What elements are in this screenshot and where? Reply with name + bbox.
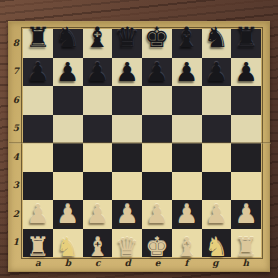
square-a5[interactable]: [23, 115, 53, 144]
square-h8[interactable]: ♜: [231, 29, 261, 58]
square-b2[interactable]: ♟: [53, 200, 83, 229]
square-b6[interactable]: [53, 86, 83, 115]
square-f1[interactable]: ♝: [172, 229, 202, 258]
square-b8[interactable]: ♞: [53, 29, 83, 58]
white-pawn-g2[interactable]: ♟: [202, 200, 232, 229]
square-e6[interactable]: [142, 86, 172, 115]
white-pawn-c2[interactable]: ♟: [83, 200, 113, 229]
square-h7[interactable]: ♟: [231, 58, 261, 87]
square-g3[interactable]: [202, 172, 232, 201]
square-a7[interactable]: ♟: [23, 58, 53, 87]
square-d1[interactable]: ♛: [112, 229, 142, 258]
square-g7[interactable]: ♟: [202, 58, 232, 87]
white-knight-g1[interactable]: ♞: [202, 233, 232, 262]
rank-label-7: 7: [13, 67, 19, 76]
board-fold-seam: [9, 142, 271, 144]
square-d5[interactable]: [112, 115, 142, 144]
black-pawn-c7[interactable]: ♟: [83, 58, 113, 87]
white-bishop-f1[interactable]: ♝: [172, 233, 202, 262]
black-pawn-d7[interactable]: ♟: [112, 58, 142, 87]
square-h4[interactable]: [231, 143, 261, 172]
square-e2[interactable]: ♟: [142, 200, 172, 229]
white-bishop-c1[interactable]: ♝: [83, 233, 113, 262]
white-pawn-b2[interactable]: ♟: [53, 200, 83, 229]
square-d3[interactable]: [112, 172, 142, 201]
square-d7[interactable]: ♟: [112, 58, 142, 87]
square-f6[interactable]: [172, 86, 202, 115]
rank-label-3: 3: [13, 181, 19, 190]
white-rook-a1[interactable]: ♜: [23, 233, 53, 262]
black-pawn-f7[interactable]: ♟: [172, 58, 202, 87]
square-b5[interactable]: [53, 115, 83, 144]
square-f7[interactable]: ♟: [172, 58, 202, 87]
square-c3[interactable]: [83, 172, 113, 201]
square-a1[interactable]: ♜: [23, 229, 53, 258]
black-pawn-h7[interactable]: ♟: [231, 58, 261, 87]
black-rook-a8[interactable]: ♜: [23, 24, 53, 53]
square-b3[interactable]: [53, 172, 83, 201]
square-a6[interactable]: [23, 86, 53, 115]
square-c4[interactable]: [83, 143, 113, 172]
rank-label-2: 2: [13, 210, 19, 219]
white-knight-b1[interactable]: ♞: [53, 233, 83, 262]
black-bishop-f8[interactable]: ♝: [172, 24, 202, 53]
black-knight-b8[interactable]: ♞: [53, 24, 83, 53]
rank-label-4: 4: [13, 153, 19, 162]
square-g1[interactable]: ♞: [202, 229, 232, 258]
rank-label-6: 6: [13, 96, 19, 105]
square-g8[interactable]: ♞: [202, 29, 232, 58]
black-pawn-e7[interactable]: ♟: [142, 58, 172, 87]
square-d6[interactable]: [112, 86, 142, 115]
rank-label-1: 1: [13, 238, 19, 247]
square-f4[interactable]: [172, 143, 202, 172]
black-pawn-b7[interactable]: ♟: [53, 58, 83, 87]
white-pawn-h2[interactable]: ♟: [231, 200, 261, 229]
square-e5[interactable]: [142, 115, 172, 144]
white-rook-h1[interactable]: ♜: [231, 233, 261, 262]
white-pawn-e2[interactable]: ♟: [142, 200, 172, 229]
square-c7[interactable]: ♟: [83, 58, 113, 87]
black-king-e8[interactable]: ♚: [142, 24, 172, 53]
black-bishop-c8[interactable]: ♝: [83, 24, 113, 53]
square-c6[interactable]: [83, 86, 113, 115]
square-f2[interactable]: ♟: [172, 200, 202, 229]
black-pawn-g7[interactable]: ♟: [202, 58, 232, 87]
white-pawn-f2[interactable]: ♟: [172, 200, 202, 229]
square-f8[interactable]: ♝: [172, 29, 202, 58]
square-f5[interactable]: [172, 115, 202, 144]
square-g6[interactable]: [202, 86, 232, 115]
white-queen-d1[interactable]: ♛: [112, 233, 142, 262]
black-rook-h8[interactable]: ♜: [231, 24, 261, 53]
square-e1[interactable]: ♚: [142, 229, 172, 258]
black-knight-g8[interactable]: ♞: [202, 24, 232, 53]
square-h5[interactable]: [231, 115, 261, 144]
white-pawn-d2[interactable]: ♟: [112, 200, 142, 229]
square-h1[interactable]: ♜: [231, 229, 261, 258]
square-d2[interactable]: ♟: [112, 200, 142, 229]
square-e8[interactable]: ♚: [142, 29, 172, 58]
table-surface: 87654321 abcdefgh ♜♞♝♛♚♝♞♜♟♟♟♟♟♟♟♟♟♟♟♟♟♟…: [0, 0, 278, 278]
square-e7[interactable]: ♟: [142, 58, 172, 87]
square-g2[interactable]: ♟: [202, 200, 232, 229]
square-c2[interactable]: ♟: [83, 200, 113, 229]
rank-label-5: 5: [13, 124, 19, 133]
square-h6[interactable]: [231, 86, 261, 115]
white-pawn-a2[interactable]: ♟: [23, 200, 53, 229]
square-h3[interactable]: [231, 172, 261, 201]
square-f3[interactable]: [172, 172, 202, 201]
square-e3[interactable]: [142, 172, 172, 201]
chess-board: 87654321 abcdefgh ♜♞♝♛♚♝♞♜♟♟♟♟♟♟♟♟♟♟♟♟♟♟…: [8, 21, 270, 272]
square-d4[interactable]: [112, 143, 142, 172]
square-g4[interactable]: [202, 143, 232, 172]
square-b1[interactable]: ♞: [53, 229, 83, 258]
square-a8[interactable]: ♜: [23, 29, 53, 58]
square-d8[interactable]: ♛: [112, 29, 142, 58]
square-g5[interactable]: [202, 115, 232, 144]
white-king-e1[interactable]: ♚: [142, 233, 172, 262]
square-a2[interactable]: ♟: [23, 200, 53, 229]
square-h2[interactable]: ♟: [231, 200, 261, 229]
square-b4[interactable]: [53, 143, 83, 172]
black-queen-d8[interactable]: ♛: [112, 24, 142, 53]
square-c5[interactable]: [83, 115, 113, 144]
square-c8[interactable]: ♝: [83, 29, 113, 58]
square-a4[interactable]: [23, 143, 53, 172]
black-pawn-a7[interactable]: ♟: [23, 58, 53, 87]
square-b7[interactable]: ♟: [53, 58, 83, 87]
rank-label-8: 8: [13, 39, 19, 48]
square-a3[interactable]: [23, 172, 53, 201]
square-c1[interactable]: ♝: [83, 229, 113, 258]
square-e4[interactable]: [142, 143, 172, 172]
